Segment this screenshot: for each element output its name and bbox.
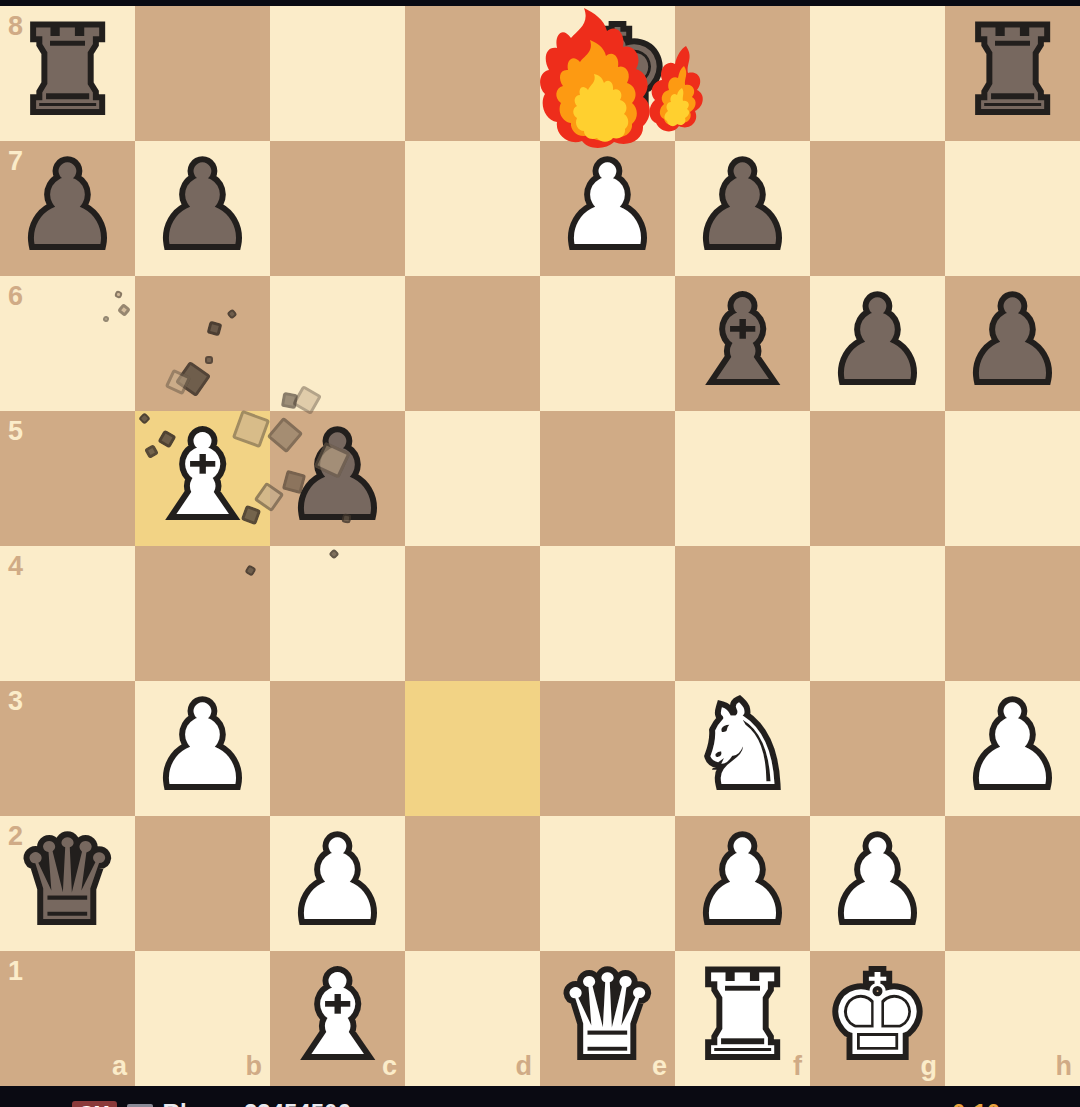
square-e2[interactable] [540, 816, 675, 951]
square-c5[interactable] [270, 411, 405, 546]
square-g1[interactable]: g [810, 951, 945, 1086]
square-a8[interactable]: 8 [0, 6, 135, 141]
white-bishop-b5[interactable] [135, 411, 270, 546]
square-g6[interactable] [810, 276, 945, 411]
square-b8[interactable] [135, 6, 270, 141]
player-clock: 0:10 [952, 1099, 1000, 1107]
black-pawn-g6[interactable] [810, 276, 945, 411]
square-g4[interactable] [810, 546, 945, 681]
square-a2[interactable]: 2 [0, 816, 135, 951]
square-b5[interactable] [135, 411, 270, 546]
square-b1[interactable]: b [135, 951, 270, 1086]
square-h2[interactable] [945, 816, 1080, 951]
square-d2[interactable] [405, 816, 540, 951]
square-f4[interactable] [675, 546, 810, 681]
square-f5[interactable] [675, 411, 810, 546]
square-b4[interactable] [135, 546, 270, 681]
white-queen-e1[interactable] [540, 951, 675, 1086]
square-f7[interactable] [675, 141, 810, 276]
square-e7[interactable] [540, 141, 675, 276]
square-f1[interactable]: f [675, 951, 810, 1086]
chess-app-screen: 87654321abcdefgh GM Rhum_23454506 0:10 [0, 0, 1080, 1107]
square-f8[interactable] [675, 6, 810, 141]
square-b6[interactable] [135, 276, 270, 411]
square-g3[interactable] [810, 681, 945, 816]
black-pawn-h6[interactable] [945, 276, 1080, 411]
player-info[interactable]: GM Rhum_23454506 [72, 1099, 351, 1107]
white-king-g1[interactable] [810, 951, 945, 1086]
black-pawn-f7[interactable] [675, 141, 810, 276]
square-b7[interactable] [135, 141, 270, 276]
square-d6[interactable] [405, 276, 540, 411]
rank-label-5: 5 [8, 418, 23, 445]
square-d4[interactable] [405, 546, 540, 681]
square-f3[interactable] [675, 681, 810, 816]
black-queen-a2[interactable] [0, 816, 135, 951]
square-g2[interactable] [810, 816, 945, 951]
square-a6[interactable]: 6 [0, 276, 135, 411]
square-h8[interactable] [945, 6, 1080, 141]
square-f6[interactable] [675, 276, 810, 411]
white-pawn-g2[interactable] [810, 816, 945, 951]
square-e6[interactable] [540, 276, 675, 411]
square-f2[interactable] [675, 816, 810, 951]
square-h1[interactable]: h [945, 951, 1080, 1086]
square-c8[interactable] [270, 6, 405, 141]
square-c4[interactable] [270, 546, 405, 681]
square-a5[interactable]: 5 [0, 411, 135, 546]
square-e3[interactable] [540, 681, 675, 816]
square-c1[interactable]: c [270, 951, 405, 1086]
file-label-b: b [246, 1053, 263, 1080]
square-a3[interactable]: 3 [0, 681, 135, 816]
square-c7[interactable] [270, 141, 405, 276]
square-a4[interactable]: 4 [0, 546, 135, 681]
black-pawn-b7[interactable] [135, 141, 270, 276]
square-h3[interactable] [945, 681, 1080, 816]
square-h6[interactable] [945, 276, 1080, 411]
square-a7[interactable]: 7 [0, 141, 135, 276]
square-d1[interactable]: d [405, 951, 540, 1086]
square-c2[interactable] [270, 816, 405, 951]
square-c3[interactable] [270, 681, 405, 816]
white-pawn-b3[interactable] [135, 681, 270, 816]
file-label-a: a [112, 1053, 127, 1080]
black-pawn-c5[interactable] [270, 411, 405, 546]
rank-label-1: 1 [8, 958, 23, 985]
square-e5[interactable] [540, 411, 675, 546]
white-bishop-c1[interactable] [270, 951, 405, 1086]
player-bar: GM Rhum_23454506 0:10 [0, 1086, 1080, 1107]
file-label-d: d [516, 1053, 533, 1080]
white-pawn-c2[interactable] [270, 816, 405, 951]
square-a1[interactable]: 1a [0, 951, 135, 1086]
white-pawn-h3[interactable] [945, 681, 1080, 816]
square-d5[interactable] [405, 411, 540, 546]
square-c6[interactable] [270, 276, 405, 411]
flag-icon [127, 1104, 153, 1107]
file-label-h: h [1056, 1053, 1073, 1080]
square-b2[interactable] [135, 816, 270, 951]
rank-label-6: 6 [8, 283, 23, 310]
white-rook-f1[interactable] [675, 951, 810, 1086]
player-name[interactable]: Rhum_23454506 [163, 1099, 351, 1107]
square-g5[interactable] [810, 411, 945, 546]
square-e8[interactable] [540, 6, 675, 141]
white-pawn-e7[interactable] [540, 141, 675, 276]
white-knight-f3[interactable] [675, 681, 810, 816]
black-pawn-a7[interactable] [0, 141, 135, 276]
black-king-e8[interactable] [540, 6, 675, 141]
square-e1[interactable]: e [540, 951, 675, 1086]
square-g7[interactable] [810, 141, 945, 276]
white-pawn-f2[interactable] [675, 816, 810, 951]
black-rook-a8[interactable] [0, 6, 135, 141]
square-d8[interactable] [405, 6, 540, 141]
black-bishop-f6[interactable] [675, 276, 810, 411]
rank-label-3: 3 [8, 688, 23, 715]
square-h5[interactable] [945, 411, 1080, 546]
square-h4[interactable] [945, 546, 1080, 681]
chess-board[interactable]: 87654321abcdefgh [0, 6, 1080, 1086]
square-b3[interactable] [135, 681, 270, 816]
black-rook-h8[interactable] [945, 6, 1080, 141]
gm-title-badge: GM [72, 1101, 117, 1107]
rank-label-4: 4 [8, 553, 23, 580]
square-d3[interactable] [405, 681, 540, 816]
square-e4[interactable] [540, 546, 675, 681]
square-d7[interactable] [405, 141, 540, 276]
square-g8[interactable] [810, 6, 945, 141]
square-h7[interactable] [945, 141, 1080, 276]
